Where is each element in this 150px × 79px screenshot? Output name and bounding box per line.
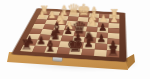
- chess-board[interactable]: ♜♝♛♚♝♜♟♟♟♟♟♟♞♞♟♟♝♟♛♞♟♞♟♟♟♟♟♜♝♚♜: [12, 8, 127, 62]
- black-king[interactable]: ♚: [61, 36, 89, 55]
- square-c8[interactable]: ♝: [44, 46, 58, 53]
- square-h8[interactable]: ♜: [107, 50, 120, 57]
- square-e8[interactable]: ♚: [69, 48, 83, 55]
- board-grid: ♜♝♛♚♝♜♟♟♟♟♟♟♞♞♟♟♝♟♛♞♟♞♟♟♟♟♟♜♝♚♜: [20, 11, 119, 58]
- square-a8[interactable]: ♜: [20, 45, 35, 52]
- chess-set-photo: ♜♝♛♚♝♜♟♟♟♟♟♟♞♞♟♟♝♟♛♞♟♞♟♟♟♟♟♜♝♚♜: [0, 0, 150, 79]
- black-rook[interactable]: ♜: [99, 44, 128, 58]
